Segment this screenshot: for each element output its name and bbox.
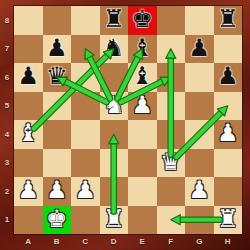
piece-white-bishop-a4[interactable]: ♝ — [17, 121, 39, 145]
square-g2[interactable]: ♟ — [185, 177, 214, 206]
piece-black-rook-h8[interactable]: ♜ — [217, 7, 239, 31]
square-b4[interactable] — [43, 120, 72, 149]
square-a4[interactable]: ♝ — [14, 120, 43, 149]
rank-label-1: 1 — [0, 206, 14, 235]
piece-white-king-b1[interactable]: ♚ — [46, 207, 68, 231]
square-c5[interactable] — [71, 92, 100, 121]
square-g1[interactable] — [185, 206, 214, 235]
square-g4[interactable] — [185, 120, 214, 149]
square-e4[interactable] — [128, 120, 157, 149]
square-f6[interactable] — [157, 63, 186, 92]
piece-black-pawn-b7[interactable]: ♟ — [46, 36, 68, 60]
piece-white-pawn-h4[interactable]: ♟ — [217, 121, 239, 145]
square-d2[interactable] — [100, 177, 129, 206]
square-b6[interactable]: ♛ — [43, 63, 72, 92]
square-b2[interactable]: ♟ — [43, 177, 72, 206]
square-c6[interactable] — [71, 63, 100, 92]
file-label-h: H — [214, 233, 243, 249]
square-d5[interactable]: ♞ — [100, 92, 129, 121]
square-d3[interactable] — [100, 149, 129, 178]
square-c4[interactable] — [71, 120, 100, 149]
square-b8[interactable] — [43, 6, 72, 35]
piece-white-pawn-c2[interactable]: ♟ — [74, 178, 96, 202]
square-g6[interactable] — [185, 63, 214, 92]
rank-label-4: 4 — [0, 120, 14, 149]
square-b5[interactable] — [43, 92, 72, 121]
piece-black-king-e8[interactable]: ♚ — [131, 7, 153, 31]
square-e6[interactable]: ♝ — [128, 63, 157, 92]
square-d6[interactable] — [100, 63, 129, 92]
square-c2[interactable]: ♟ — [71, 177, 100, 206]
piece-white-knight-d5[interactable]: ♞ — [103, 93, 125, 117]
chess-diagram: 87654321 ♜♚♜♟♞♝♟♟♛♝♟♞♟♝♟♛♟♟♟♟♚♜♜ ABCDEFG… — [0, 0, 250, 250]
square-g8[interactable] — [185, 6, 214, 35]
square-h6[interactable]: ♟ — [214, 63, 243, 92]
square-d7[interactable]: ♞ — [100, 35, 129, 64]
piece-black-rook-d8[interactable]: ♜ — [103, 7, 125, 31]
square-d4[interactable] — [100, 120, 129, 149]
square-a5[interactable] — [14, 92, 43, 121]
square-e2[interactable] — [128, 177, 157, 206]
square-a1[interactable] — [14, 206, 43, 235]
rank-label-6: 6 — [0, 63, 14, 92]
square-a6[interactable]: ♟ — [14, 63, 43, 92]
file-label-f: F — [157, 233, 186, 249]
square-h5[interactable] — [214, 92, 243, 121]
square-h1[interactable]: ♜ — [214, 206, 243, 235]
square-f4[interactable] — [157, 120, 186, 149]
piece-white-queen-f3[interactable]: ♛ — [160, 150, 182, 174]
rank-label-8: 8 — [0, 6, 14, 35]
square-d8[interactable]: ♜ — [100, 6, 129, 35]
piece-black-pawn-h6[interactable]: ♟ — [217, 64, 239, 88]
square-c8[interactable] — [71, 6, 100, 35]
file-label-b: B — [43, 233, 72, 249]
file-labels: ABCDEFGH — [14, 233, 242, 249]
square-f1[interactable] — [157, 206, 186, 235]
square-d1[interactable]: ♜ — [100, 206, 129, 235]
piece-black-bishop-e6[interactable]: ♝ — [131, 64, 153, 88]
square-b7[interactable]: ♟ — [43, 35, 72, 64]
piece-black-pawn-g7[interactable]: ♟ — [188, 36, 210, 60]
file-label-g: G — [185, 233, 214, 249]
square-e3[interactable] — [128, 149, 157, 178]
piece-white-pawn-a2[interactable]: ♟ — [17, 178, 39, 202]
rank-label-3: 3 — [0, 149, 14, 178]
file-label-c: C — [71, 233, 100, 249]
piece-black-bishop-e7[interactable]: ♝ — [131, 36, 153, 60]
rank-label-7: 7 — [0, 35, 14, 64]
rank-label-2: 2 — [0, 177, 14, 206]
square-a3[interactable] — [14, 149, 43, 178]
square-g7[interactable]: ♟ — [185, 35, 214, 64]
square-f3[interactable]: ♛ — [157, 149, 186, 178]
square-g5[interactable] — [185, 92, 214, 121]
rank-label-5: 5 — [0, 92, 14, 121]
square-a7[interactable] — [14, 35, 43, 64]
square-c1[interactable] — [71, 206, 100, 235]
square-e7[interactable]: ♝ — [128, 35, 157, 64]
square-f5[interactable] — [157, 92, 186, 121]
piece-white-rook-h1[interactable]: ♜ — [217, 207, 239, 231]
square-h7[interactable] — [214, 35, 243, 64]
piece-white-pawn-b2[interactable]: ♟ — [46, 178, 68, 202]
square-e8[interactable]: ♚ — [128, 6, 157, 35]
square-e1[interactable] — [128, 206, 157, 235]
piece-black-pawn-a6[interactable]: ♟ — [17, 64, 39, 88]
square-e5[interactable]: ♟ — [128, 92, 157, 121]
square-f7[interactable] — [157, 35, 186, 64]
square-a8[interactable] — [14, 6, 43, 35]
square-h4[interactable]: ♟ — [214, 120, 243, 149]
file-label-e: E — [128, 233, 157, 249]
square-h8[interactable]: ♜ — [214, 6, 243, 35]
square-c7[interactable] — [71, 35, 100, 64]
square-f8[interactable] — [157, 6, 186, 35]
square-b3[interactable] — [43, 149, 72, 178]
square-b1[interactable]: ♚ — [43, 206, 72, 235]
square-f2[interactable] — [157, 177, 186, 206]
file-label-d: D — [100, 233, 129, 249]
piece-black-knight-d7[interactable]: ♞ — [103, 36, 125, 60]
square-h2[interactable] — [214, 177, 243, 206]
piece-white-pawn-e5[interactable]: ♟ — [131, 93, 153, 117]
square-a2[interactable]: ♟ — [14, 177, 43, 206]
piece-white-pawn-g2[interactable]: ♟ — [188, 178, 210, 202]
piece-white-rook-d1[interactable]: ♜ — [103, 207, 125, 231]
square-h3[interactable] — [214, 149, 243, 178]
square-c3[interactable] — [71, 149, 100, 178]
square-g3[interactable] — [185, 149, 214, 178]
chess-board[interactable]: ♜♚♜♟♞♝♟♟♛♝♟♞♟♝♟♛♟♟♟♟♚♜♜ — [14, 6, 242, 234]
piece-black-queen-b6[interactable]: ♛ — [46, 64, 68, 88]
rank-labels: 87654321 — [0, 6, 14, 234]
file-label-a: A — [14, 233, 43, 249]
